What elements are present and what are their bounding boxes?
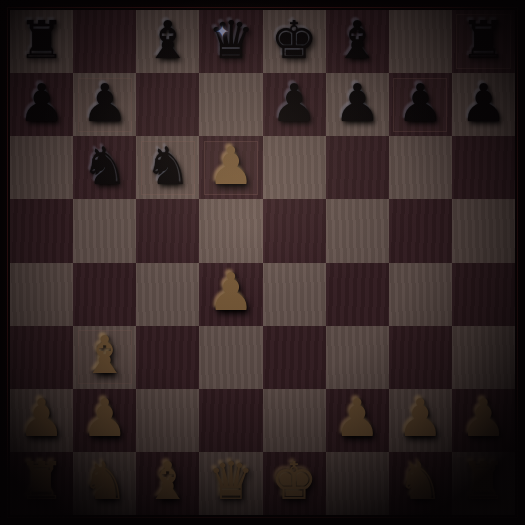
piece-black-pawn[interactable]: ♟: [271, 77, 318, 129]
square-g6[interactable]: [389, 136, 452, 199]
square-g1[interactable]: ♞: [389, 452, 452, 515]
square-e8[interactable]: ♚: [263, 10, 326, 73]
piece-white-queen[interactable]: ♛: [208, 455, 255, 507]
square-b8[interactable]: [73, 10, 136, 73]
piece-black-pawn[interactable]: ♟: [460, 77, 507, 129]
square-d4[interactable]: ♟: [199, 263, 262, 326]
square-c1[interactable]: ♝: [136, 452, 199, 515]
square-g3[interactable]: [389, 326, 452, 389]
square-d7[interactable]: [199, 73, 262, 136]
square-e1[interactable]: ♚: [263, 452, 326, 515]
square-d3[interactable]: [199, 326, 262, 389]
square-d2[interactable]: [199, 389, 262, 452]
square-h4[interactable]: [452, 263, 515, 326]
square-h6[interactable]: [452, 136, 515, 199]
square-a4[interactable]: [10, 263, 73, 326]
square-f5[interactable]: [326, 199, 389, 262]
square-f1[interactable]: [326, 452, 389, 515]
square-c4[interactable]: [136, 263, 199, 326]
square-a7[interactable]: ♟: [10, 73, 73, 136]
square-c3[interactable]: [136, 326, 199, 389]
piece-white-pawn[interactable]: ♟: [460, 392, 507, 444]
square-e4[interactable]: [263, 263, 326, 326]
piece-black-bishop[interactable]: ♝: [334, 14, 381, 66]
square-b1[interactable]: ♞: [73, 452, 136, 515]
piece-white-pawn[interactable]: ♟: [208, 266, 255, 318]
piece-black-rook[interactable]: ♜: [18, 14, 65, 66]
square-f8[interactable]: ♝: [326, 10, 389, 73]
square-b3[interactable]: ♝: [73, 326, 136, 389]
square-e3[interactable]: [263, 326, 326, 389]
square-h8[interactable]: ♜: [452, 10, 515, 73]
square-f2[interactable]: ♟: [326, 389, 389, 452]
piece-white-pawn[interactable]: ♟: [81, 392, 128, 444]
square-h3[interactable]: [452, 326, 515, 389]
square-c2[interactable]: [136, 389, 199, 452]
square-g4[interactable]: [389, 263, 452, 326]
piece-black-knight[interactable]: ♞: [145, 140, 192, 192]
square-g5[interactable]: [389, 199, 452, 262]
chess-board: ♜♝♛✦♚♝♜♟♟♟♟♟♟♞♞♟♟♝♟♟♟♟♟♜♞♝♛♚♞♜: [10, 10, 515, 515]
piece-black-pawn[interactable]: ♟: [334, 77, 381, 129]
piece-white-rook[interactable]: ♜: [18, 455, 65, 507]
piece-white-rook[interactable]: ♜: [460, 455, 507, 507]
square-h1[interactable]: ♜: [452, 452, 515, 515]
square-f4[interactable]: [326, 263, 389, 326]
square-c6[interactable]: ♞: [136, 136, 199, 199]
piece-white-knight[interactable]: ♞: [81, 455, 128, 507]
square-a8[interactable]: ♜: [10, 10, 73, 73]
piece-black-pawn[interactable]: ♟: [81, 77, 128, 129]
square-f3[interactable]: [326, 326, 389, 389]
square-d5[interactable]: [199, 199, 262, 262]
square-b5[interactable]: [73, 199, 136, 262]
square-e2[interactable]: [263, 389, 326, 452]
piece-white-pawn[interactable]: ♟: [208, 140, 255, 192]
square-b7[interactable]: ♟: [73, 73, 136, 136]
piece-black-pawn[interactable]: ♟: [18, 77, 65, 129]
square-g8[interactable]: [389, 10, 452, 73]
square-f7[interactable]: ♟: [326, 73, 389, 136]
square-d8[interactable]: ♛✦: [199, 10, 262, 73]
square-h7[interactable]: ♟: [452, 73, 515, 136]
square-c7[interactable]: [136, 73, 199, 136]
square-a2[interactable]: ♟: [10, 389, 73, 452]
piece-black-pawn[interactable]: ♟: [397, 77, 444, 129]
square-h5[interactable]: [452, 199, 515, 262]
square-b2[interactable]: ♟: [73, 389, 136, 452]
piece-black-rook[interactable]: ♜: [460, 14, 507, 66]
square-a5[interactable]: [10, 199, 73, 262]
square-e6[interactable]: [263, 136, 326, 199]
piece-white-pawn[interactable]: ♟: [397, 392, 444, 444]
square-a1[interactable]: ♜: [10, 452, 73, 515]
square-d1[interactable]: ♛: [199, 452, 262, 515]
square-g7[interactable]: ♟: [389, 73, 452, 136]
chess-table-photo: ♜♝♛✦♚♝♜♟♟♟♟♟♟♞♞♟♟♝♟♟♟♟♟♜♞♝♛♚♞♜: [0, 0, 525, 525]
piece-black-king[interactable]: ♚: [271, 14, 318, 66]
square-c8[interactable]: ♝: [136, 10, 199, 73]
square-e7[interactable]: ♟: [263, 73, 326, 136]
square-f6[interactable]: [326, 136, 389, 199]
square-a6[interactable]: [10, 136, 73, 199]
square-b4[interactable]: [73, 263, 136, 326]
piece-white-bishop[interactable]: ♝: [81, 329, 128, 381]
piece-black-queen[interactable]: ♛: [208, 14, 255, 66]
piece-black-knight[interactable]: ♞: [81, 140, 128, 192]
square-b6[interactable]: ♞: [73, 136, 136, 199]
square-e5[interactable]: [263, 199, 326, 262]
piece-white-pawn[interactable]: ♟: [18, 392, 65, 444]
piece-white-knight[interactable]: ♞: [397, 455, 444, 507]
square-c5[interactable]: [136, 199, 199, 262]
square-h2[interactable]: ♟: [452, 389, 515, 452]
square-a3[interactable]: [10, 326, 73, 389]
square-d6[interactable]: ♟: [199, 136, 262, 199]
piece-black-bishop[interactable]: ♝: [145, 14, 192, 66]
square-g2[interactable]: ♟: [389, 389, 452, 452]
piece-white-king[interactable]: ♚: [271, 455, 318, 507]
piece-white-pawn[interactable]: ♟: [334, 392, 381, 444]
piece-white-bishop[interactable]: ♝: [145, 455, 192, 507]
